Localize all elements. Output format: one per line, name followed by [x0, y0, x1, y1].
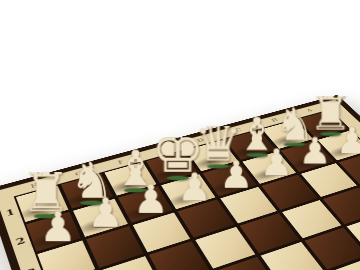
chess-board: 12345678HGFEDCBA♜♞♝♚♛♝♞♜♟♟♟♟♟♟♟♟: [0, 95, 360, 270]
chess-set-photo: 12345678HGFEDCBA♜♞♝♚♛♝♞♜♟♟♟♟♟♟♟♟: [0, 0, 360, 270]
square-e5: [215, 257, 278, 270]
